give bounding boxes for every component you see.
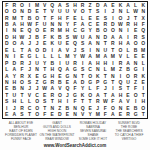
word-list-item: VERTIGO [122,137,136,141]
word-list: ALL ABOUT EVEBEN-HUREAST OF EDENFORBIDDE… [0,121,150,141]
grid-cell: G [132,112,140,118]
grid-cell: T [26,112,34,118]
word-list-column: SUNSET BLVDTHE ROBETHE SEARCHERSTO CATCH… [111,121,147,141]
grid-cell: Y [86,112,94,118]
grid-cell: R [124,112,132,118]
grid-cell: S [18,112,26,118]
word-list-column: ALL ABOUT EVEBEN-HUREAST OF EDENFORBIDDE… [3,121,39,141]
word-list-column: GIANTGUYS AND DOLLSHIGH NOONON THE WATER… [39,121,75,141]
grid-cell: O [33,112,41,118]
grid-cell: E [117,112,125,118]
grid-cell: E [3,112,11,118]
word-list-item: SOME LIKE IT HOT [79,137,107,141]
grid-cell: E [64,112,72,118]
grid-cell: M [94,112,102,118]
word-search-grid: FROIMVQASHRZDAEKALKOONDETVUUVOTSIJNLWNRM… [2,1,148,119]
word-list-item: FUNNY FACE [11,137,31,141]
grid-cell: A [109,112,117,118]
grid-cell: A [11,112,19,118]
word-list-item: REAR WINDOW [45,137,69,141]
grid-cell: D [56,112,64,118]
grid-cell: N [71,112,79,118]
grid-cell: F [102,112,110,118]
grid-cell: F [41,112,49,118]
footer-url: www.WordSearchAddict.com [0,143,150,148]
grid-cell: V [79,112,87,118]
grid-cell: T [139,112,147,118]
grid-cell: E [48,112,56,118]
word-list-column: ROMAN HOLIDAYSABRINASEVEN SAMURAISHANESO… [75,121,111,141]
